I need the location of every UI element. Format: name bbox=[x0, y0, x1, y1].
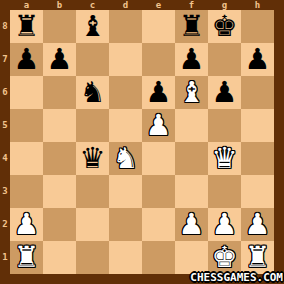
square-e5[interactable]: ♟ bbox=[142, 109, 175, 142]
square-h6[interactable] bbox=[241, 76, 274, 109]
square-f4[interactable] bbox=[175, 142, 208, 175]
rank-label-4: 4 bbox=[0, 142, 10, 175]
piece-white-rook[interactable]: ♜ bbox=[241, 241, 274, 274]
piece-black-queen[interactable]: ♛ bbox=[76, 142, 109, 175]
site-watermark: CHESSGAMES.COM bbox=[190, 271, 283, 284]
square-a1[interactable]: ♜ bbox=[10, 241, 43, 274]
square-b1[interactable] bbox=[43, 241, 76, 274]
square-b2[interactable] bbox=[43, 208, 76, 241]
square-f3[interactable] bbox=[175, 175, 208, 208]
rank-label-3: 3 bbox=[0, 175, 10, 208]
square-c6[interactable]: ♞ bbox=[76, 76, 109, 109]
square-c5[interactable] bbox=[76, 109, 109, 142]
square-f6[interactable]: ♝ bbox=[175, 76, 208, 109]
square-d1[interactable] bbox=[109, 241, 142, 274]
square-h2[interactable]: ♟ bbox=[241, 208, 274, 241]
square-g1[interactable]: ♚ bbox=[208, 241, 241, 274]
square-a7[interactable]: ♟ bbox=[10, 43, 43, 76]
rank-labels: 87654321 bbox=[0, 10, 10, 274]
square-e4[interactable] bbox=[142, 142, 175, 175]
square-d5[interactable] bbox=[109, 109, 142, 142]
square-f5[interactable] bbox=[175, 109, 208, 142]
square-f1[interactable] bbox=[175, 241, 208, 274]
rank-label-8: 8 bbox=[0, 10, 10, 43]
square-d7[interactable] bbox=[109, 43, 142, 76]
piece-black-knight[interactable]: ♞ bbox=[76, 76, 109, 109]
square-b8[interactable] bbox=[43, 10, 76, 43]
rank-label-5: 5 bbox=[0, 109, 10, 142]
square-c4[interactable]: ♛ bbox=[76, 142, 109, 175]
piece-black-pawn[interactable]: ♟ bbox=[10, 43, 43, 76]
square-e1[interactable] bbox=[142, 241, 175, 274]
square-e8[interactable] bbox=[142, 10, 175, 43]
square-e6[interactable]: ♟ bbox=[142, 76, 175, 109]
rank-label-2: 2 bbox=[0, 208, 10, 241]
piece-white-king[interactable]: ♚ bbox=[208, 241, 241, 274]
square-h1[interactable]: ♜ bbox=[241, 241, 274, 274]
square-d3[interactable] bbox=[109, 175, 142, 208]
piece-white-pawn[interactable]: ♟ bbox=[208, 208, 241, 241]
piece-black-rook[interactable]: ♜ bbox=[175, 10, 208, 43]
piece-white-rook[interactable]: ♜ bbox=[10, 241, 43, 274]
piece-white-pawn[interactable]: ♟ bbox=[10, 208, 43, 241]
square-a5[interactable] bbox=[10, 109, 43, 142]
square-g6[interactable]: ♟ bbox=[208, 76, 241, 109]
square-h8[interactable] bbox=[241, 10, 274, 43]
piece-black-pawn[interactable]: ♟ bbox=[43, 43, 76, 76]
square-a4[interactable] bbox=[10, 142, 43, 175]
piece-white-pawn[interactable]: ♟ bbox=[241, 208, 274, 241]
rank-label-1: 1 bbox=[0, 241, 10, 274]
piece-black-pawn[interactable]: ♟ bbox=[142, 76, 175, 109]
piece-white-bishop[interactable]: ♝ bbox=[175, 76, 208, 109]
chess-board: ♜♝♜♚♟♟♟♟♞♟♝♟♟♛♞♛♟♟♟♟♜♚♜ bbox=[10, 10, 274, 274]
piece-white-queen[interactable]: ♛ bbox=[208, 142, 241, 175]
square-d8[interactable] bbox=[109, 10, 142, 43]
square-g8[interactable]: ♚ bbox=[208, 10, 241, 43]
square-f8[interactable]: ♜ bbox=[175, 10, 208, 43]
square-e2[interactable] bbox=[142, 208, 175, 241]
rank-label-7: 7 bbox=[0, 43, 10, 76]
square-g5[interactable] bbox=[208, 109, 241, 142]
square-b6[interactable] bbox=[43, 76, 76, 109]
square-g2[interactable]: ♟ bbox=[208, 208, 241, 241]
square-c3[interactable] bbox=[76, 175, 109, 208]
square-b3[interactable] bbox=[43, 175, 76, 208]
square-c2[interactable] bbox=[76, 208, 109, 241]
square-c7[interactable] bbox=[76, 43, 109, 76]
square-d4[interactable]: ♞ bbox=[109, 142, 142, 175]
square-c1[interactable] bbox=[76, 241, 109, 274]
square-h7[interactable]: ♟ bbox=[241, 43, 274, 76]
square-a8[interactable]: ♜ bbox=[10, 10, 43, 43]
square-h3[interactable] bbox=[241, 175, 274, 208]
square-g3[interactable] bbox=[208, 175, 241, 208]
square-e7[interactable] bbox=[142, 43, 175, 76]
square-h4[interactable] bbox=[241, 142, 274, 175]
piece-white-pawn[interactable]: ♟ bbox=[142, 109, 175, 142]
square-d2[interactable] bbox=[109, 208, 142, 241]
square-g4[interactable]: ♛ bbox=[208, 142, 241, 175]
piece-black-rook[interactable]: ♜ bbox=[10, 10, 43, 43]
square-d6[interactable] bbox=[109, 76, 142, 109]
piece-black-pawn[interactable]: ♟ bbox=[241, 43, 274, 76]
piece-black-bishop[interactable]: ♝ bbox=[76, 10, 109, 43]
piece-white-pawn[interactable]: ♟ bbox=[175, 208, 208, 241]
square-a3[interactable] bbox=[10, 175, 43, 208]
square-b4[interactable] bbox=[43, 142, 76, 175]
square-b7[interactable]: ♟ bbox=[43, 43, 76, 76]
square-c8[interactable]: ♝ bbox=[76, 10, 109, 43]
square-h5[interactable] bbox=[241, 109, 274, 142]
square-b5[interactable] bbox=[43, 109, 76, 142]
square-a6[interactable] bbox=[10, 76, 43, 109]
square-a2[interactable]: ♟ bbox=[10, 208, 43, 241]
square-f7[interactable]: ♟ bbox=[175, 43, 208, 76]
piece-white-knight[interactable]: ♞ bbox=[109, 142, 142, 175]
square-e3[interactable] bbox=[142, 175, 175, 208]
piece-black-pawn[interactable]: ♟ bbox=[208, 76, 241, 109]
square-f2[interactable]: ♟ bbox=[175, 208, 208, 241]
piece-black-pawn[interactable]: ♟ bbox=[175, 43, 208, 76]
rank-label-6: 6 bbox=[0, 76, 10, 109]
chess-diagram: abcdefgh 87654321 ♜♝♜♚♟♟♟♟♞♟♝♟♟♛♞♛♟♟♟♟♜♚… bbox=[0, 0, 284, 284]
square-g7[interactable] bbox=[208, 43, 241, 76]
piece-black-king[interactable]: ♚ bbox=[208, 10, 241, 43]
